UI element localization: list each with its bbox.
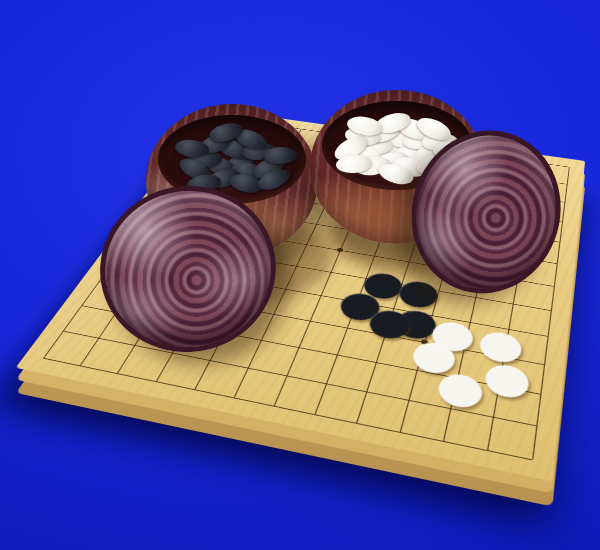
black-stone: ● (364, 306, 411, 340)
white-stone: ● (481, 360, 529, 398)
white-stone: ● (434, 369, 483, 408)
bowl-black-stone (263, 146, 297, 164)
go-set-photo: ●●●●●●●●●● (0, 0, 600, 550)
